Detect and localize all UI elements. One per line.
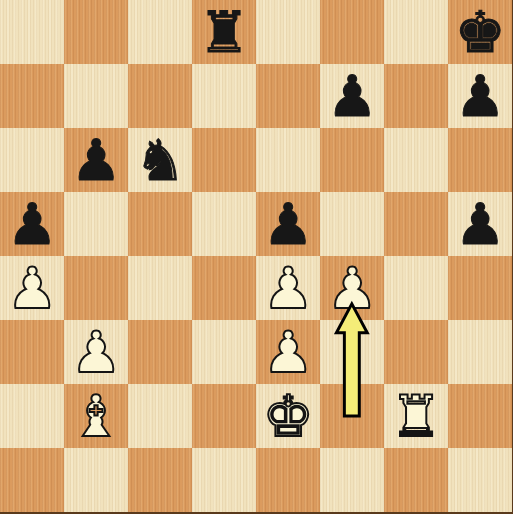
- black-pawn-f7[interactable]: ♟: [320, 64, 384, 128]
- square-h1[interactable]: [448, 448, 512, 512]
- square-d7[interactable]: [192, 64, 256, 128]
- square-c8[interactable]: [128, 0, 192, 64]
- square-g8[interactable]: [384, 0, 448, 64]
- square-d1[interactable]: [192, 448, 256, 512]
- square-h6[interactable]: [448, 128, 512, 192]
- square-h7[interactable]: ♟: [448, 64, 512, 128]
- square-g3[interactable]: [384, 320, 448, 384]
- square-d2[interactable]: [192, 384, 256, 448]
- white-bishop-b2[interactable]: ♝: [64, 384, 128, 448]
- white-pawn-e3[interactable]: ♟: [256, 320, 320, 384]
- square-a5[interactable]: ♟: [0, 192, 64, 256]
- square-a8[interactable]: [0, 0, 64, 64]
- black-pawn-h7[interactable]: ♟: [448, 64, 512, 128]
- square-h2[interactable]: [448, 384, 512, 448]
- square-c4[interactable]: [128, 256, 192, 320]
- square-f2[interactable]: [320, 384, 384, 448]
- chess-board: ♜♚♟♟♟♞♟♟♟♟♟♟♟♟♝♚♜: [0, 0, 512, 512]
- black-pawn-h5[interactable]: ♟: [448, 192, 512, 256]
- square-d4[interactable]: [192, 256, 256, 320]
- square-g4[interactable]: [384, 256, 448, 320]
- square-h8[interactable]: ♚: [448, 0, 512, 64]
- square-h5[interactable]: ♟: [448, 192, 512, 256]
- square-e4[interactable]: ♟: [256, 256, 320, 320]
- square-e1[interactable]: [256, 448, 320, 512]
- square-d6[interactable]: [192, 128, 256, 192]
- square-c2[interactable]: [128, 384, 192, 448]
- white-king-e2[interactable]: ♚: [256, 384, 320, 448]
- square-c6[interactable]: ♞: [128, 128, 192, 192]
- square-b7[interactable]: [64, 64, 128, 128]
- square-g2[interactable]: ♜: [384, 384, 448, 448]
- black-rook-d8[interactable]: ♜: [192, 0, 256, 64]
- chess-board-window: ♜♚♟♟♟♞♟♟♟♟♟♟♟♟♝♚♜: [0, 0, 513, 514]
- black-pawn-b6[interactable]: ♟: [64, 128, 128, 192]
- square-b2[interactable]: ♝: [64, 384, 128, 448]
- square-e7[interactable]: [256, 64, 320, 128]
- square-g7[interactable]: [384, 64, 448, 128]
- square-a7[interactable]: [0, 64, 64, 128]
- square-g6[interactable]: [384, 128, 448, 192]
- square-b8[interactable]: [64, 0, 128, 64]
- square-f4[interactable]: ♟: [320, 256, 384, 320]
- square-f7[interactable]: ♟: [320, 64, 384, 128]
- square-f8[interactable]: [320, 0, 384, 64]
- square-h4[interactable]: [448, 256, 512, 320]
- square-a1[interactable]: [0, 448, 64, 512]
- square-f6[interactable]: [320, 128, 384, 192]
- square-f3[interactable]: [320, 320, 384, 384]
- square-c5[interactable]: [128, 192, 192, 256]
- square-c3[interactable]: [128, 320, 192, 384]
- square-f1[interactable]: [320, 448, 384, 512]
- square-b6[interactable]: ♟: [64, 128, 128, 192]
- square-a4[interactable]: ♟: [0, 256, 64, 320]
- square-e2[interactable]: ♚: [256, 384, 320, 448]
- square-d8[interactable]: ♜: [192, 0, 256, 64]
- white-rook-g2[interactable]: ♜: [384, 384, 448, 448]
- black-knight-c6[interactable]: ♞: [128, 128, 192, 192]
- square-b1[interactable]: [64, 448, 128, 512]
- square-b3[interactable]: ♟: [64, 320, 128, 384]
- square-g5[interactable]: [384, 192, 448, 256]
- black-king-h8[interactable]: ♚: [448, 0, 512, 64]
- square-b5[interactable]: [64, 192, 128, 256]
- black-pawn-a5[interactable]: ♟: [0, 192, 64, 256]
- square-a6[interactable]: [0, 128, 64, 192]
- square-d3[interactable]: [192, 320, 256, 384]
- square-h3[interactable]: [448, 320, 512, 384]
- white-pawn-a4[interactable]: ♟: [0, 256, 64, 320]
- square-g1[interactable]: [384, 448, 448, 512]
- black-pawn-e5[interactable]: ♟: [256, 192, 320, 256]
- square-a2[interactable]: [0, 384, 64, 448]
- white-pawn-e4[interactable]: ♟: [256, 256, 320, 320]
- square-e5[interactable]: ♟: [256, 192, 320, 256]
- square-f5[interactable]: [320, 192, 384, 256]
- square-b4[interactable]: [64, 256, 128, 320]
- square-e3[interactable]: ♟: [256, 320, 320, 384]
- square-e8[interactable]: [256, 0, 320, 64]
- square-a3[interactable]: [0, 320, 64, 384]
- square-e6[interactable]: [256, 128, 320, 192]
- white-pawn-f4[interactable]: ♟: [320, 256, 384, 320]
- square-c1[interactable]: [128, 448, 192, 512]
- square-d5[interactable]: [192, 192, 256, 256]
- white-pawn-b3[interactable]: ♟: [64, 320, 128, 384]
- square-c7[interactable]: [128, 64, 192, 128]
